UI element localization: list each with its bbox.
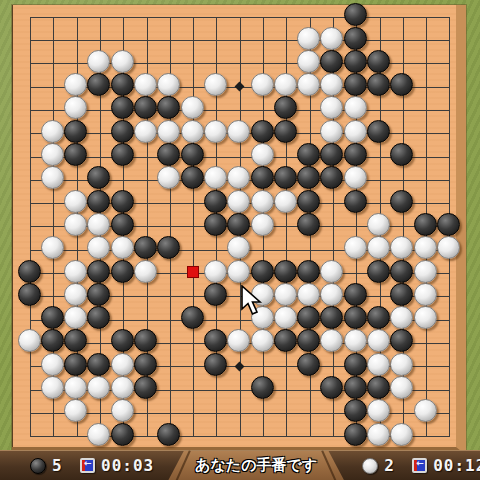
black-stone — [344, 423, 367, 446]
turn-message-panel: あなたの手番です — [168, 451, 344, 480]
black-stone-icon — [30, 458, 46, 474]
white-stone — [87, 213, 110, 236]
white-stone — [320, 73, 343, 96]
black-stone — [251, 120, 274, 143]
white-stone — [414, 306, 437, 329]
black-stone — [111, 73, 134, 96]
black-clock-icon — [80, 458, 95, 473]
go-game-window: 5 00:03 あなたの手番です 2 00:12 — [0, 0, 480, 480]
black-stone — [64, 120, 87, 143]
black-stone — [111, 143, 134, 166]
black-stone — [181, 166, 204, 189]
black-stone — [87, 260, 110, 283]
black-stone — [344, 27, 367, 50]
go-board[interactable] — [12, 5, 466, 455]
black-stone — [64, 329, 87, 352]
white-stone — [414, 283, 437, 306]
white-stone — [344, 96, 367, 119]
white-stone — [227, 120, 250, 143]
black-stone — [157, 96, 180, 119]
black-stone — [111, 329, 134, 352]
black-capture-count: 5 — [52, 456, 66, 475]
black-stone — [297, 306, 320, 329]
panel-seam — [321, 450, 337, 480]
star-point — [235, 82, 245, 92]
white-stone — [414, 399, 437, 422]
black-stone — [64, 353, 87, 376]
red-square-marker — [187, 266, 199, 278]
black-stone — [344, 399, 367, 422]
black-time: 00:03 — [101, 456, 154, 475]
white-stone — [181, 120, 204, 143]
black-stone — [157, 143, 180, 166]
black-stone — [390, 190, 413, 213]
black-stone — [87, 306, 110, 329]
white-stone — [251, 213, 274, 236]
white-stone — [87, 236, 110, 259]
black-stone — [41, 329, 64, 352]
black-stone — [134, 376, 157, 399]
black-stone — [87, 73, 110, 96]
white-stone — [297, 50, 320, 73]
white-stone — [344, 329, 367, 352]
white-stone — [274, 73, 297, 96]
white-stone — [367, 353, 390, 376]
black-stone — [87, 166, 110, 189]
white-stone — [320, 96, 343, 119]
black-stone — [41, 306, 64, 329]
black-stone — [111, 213, 134, 236]
white-stone — [111, 376, 134, 399]
white-stone — [227, 260, 250, 283]
white-stone — [274, 283, 297, 306]
white-stone — [41, 120, 64, 143]
black-stone — [297, 213, 320, 236]
white-stone — [41, 143, 64, 166]
white-stone — [320, 329, 343, 352]
white-stone — [64, 213, 87, 236]
white-stone — [64, 96, 87, 119]
black-stone — [227, 213, 250, 236]
white-stone — [320, 120, 343, 143]
white-stone — [320, 27, 343, 50]
black-stone — [157, 423, 180, 446]
black-stone — [414, 213, 437, 236]
white-stone — [64, 73, 87, 96]
white-stone — [41, 353, 64, 376]
black-stone — [367, 73, 390, 96]
black-stone — [111, 190, 134, 213]
white-stone — [367, 329, 390, 352]
white-capture-count: 2 — [384, 456, 398, 475]
white-stone — [367, 423, 390, 446]
white-stone — [204, 166, 227, 189]
white-stone — [251, 329, 274, 352]
black-stone — [204, 283, 227, 306]
white-stone-icon — [362, 458, 378, 474]
black-stone — [134, 353, 157, 376]
black-stone — [367, 376, 390, 399]
white-stone — [111, 50, 134, 73]
black-stone — [344, 283, 367, 306]
white-player-group: 2 00:12 — [362, 456, 480, 475]
white-stone — [320, 260, 343, 283]
white-stone — [64, 306, 87, 329]
black-stone — [251, 166, 274, 189]
white-stone — [41, 376, 64, 399]
black-stone — [367, 50, 390, 73]
black-stone — [274, 329, 297, 352]
black-stone — [344, 306, 367, 329]
white-stone — [227, 236, 250, 259]
black-stone — [274, 120, 297, 143]
white-stone — [111, 236, 134, 259]
white-stone — [367, 213, 390, 236]
white-stone — [367, 399, 390, 422]
white-stone — [134, 73, 157, 96]
white-time: 00:12 — [433, 456, 480, 475]
black-stone — [204, 329, 227, 352]
white-stone — [87, 50, 110, 73]
black-stone — [320, 50, 343, 73]
black-stone — [367, 306, 390, 329]
white-stone — [367, 236, 390, 259]
white-stone — [134, 260, 157, 283]
white-stone — [181, 96, 204, 119]
white-stone — [390, 423, 413, 446]
black-stone — [134, 329, 157, 352]
black-stone — [87, 283, 110, 306]
black-stone — [111, 120, 134, 143]
black-stone — [344, 143, 367, 166]
white-stone — [437, 236, 460, 259]
white-stone — [64, 399, 87, 422]
white-stone — [41, 236, 64, 259]
white-stone — [134, 120, 157, 143]
white-stone — [64, 190, 87, 213]
black-stone — [18, 283, 41, 306]
black-stone — [251, 376, 274, 399]
white-stone — [111, 353, 134, 376]
black-stone — [111, 96, 134, 119]
black-stone — [181, 143, 204, 166]
black-stone — [134, 236, 157, 259]
white-clock-icon — [412, 458, 427, 473]
turn-message: あなたの手番です — [195, 456, 317, 475]
black-stone — [297, 329, 320, 352]
black-stone — [297, 143, 320, 166]
black-stone — [437, 213, 460, 236]
black-stone — [367, 260, 390, 283]
white-stone — [390, 306, 413, 329]
black-stone — [274, 96, 297, 119]
white-stone — [251, 190, 274, 213]
white-stone — [111, 399, 134, 422]
white-stone — [414, 260, 437, 283]
white-stone — [251, 73, 274, 96]
white-stone — [297, 73, 320, 96]
white-stone — [87, 423, 110, 446]
black-stone — [297, 260, 320, 283]
black-stone — [320, 166, 343, 189]
black-stone — [111, 260, 134, 283]
white-stone — [227, 166, 250, 189]
black-stone — [251, 260, 274, 283]
black-stone — [157, 236, 180, 259]
black-stone — [344, 190, 367, 213]
black-stone — [320, 306, 343, 329]
white-stone — [297, 283, 320, 306]
white-stone — [157, 120, 180, 143]
black-stone — [390, 329, 413, 352]
white-stone — [204, 120, 227, 143]
black-stone — [390, 73, 413, 96]
black-stone — [18, 260, 41, 283]
white-stone — [41, 166, 64, 189]
black-stone — [181, 306, 204, 329]
black-stone — [274, 166, 297, 189]
black-stone — [344, 50, 367, 73]
black-stone — [297, 190, 320, 213]
black-stone — [297, 353, 320, 376]
star-point — [235, 361, 245, 371]
black-stone — [274, 260, 297, 283]
black-stone — [204, 353, 227, 376]
white-stone — [320, 283, 343, 306]
white-stone — [274, 306, 297, 329]
white-stone — [64, 376, 87, 399]
white-stone — [414, 236, 437, 259]
white-stone — [227, 190, 250, 213]
black-stone — [344, 3, 367, 26]
black-stone — [204, 213, 227, 236]
panel-seam — [175, 450, 191, 480]
black-stone — [297, 166, 320, 189]
black-player-group: 5 00:03 — [30, 456, 154, 475]
black-stone — [111, 423, 134, 446]
white-stone — [204, 260, 227, 283]
black-stone — [390, 283, 413, 306]
black-stone — [134, 96, 157, 119]
status-bar: 5 00:03 あなたの手番です 2 00:12 — [0, 450, 480, 480]
white-stone — [87, 376, 110, 399]
white-stone — [390, 236, 413, 259]
black-stone — [87, 353, 110, 376]
white-stone — [18, 329, 41, 352]
black-stone — [204, 190, 227, 213]
black-stone — [367, 120, 390, 143]
black-stone — [64, 143, 87, 166]
mouse-cursor-icon — [239, 285, 265, 319]
white-stone — [251, 143, 274, 166]
white-stone — [390, 376, 413, 399]
black-stone — [344, 73, 367, 96]
white-stone — [297, 27, 320, 50]
black-stone — [87, 190, 110, 213]
black-stone — [390, 260, 413, 283]
white-stone — [204, 73, 227, 96]
white-stone — [344, 120, 367, 143]
white-stone — [157, 166, 180, 189]
black-stone — [320, 143, 343, 166]
black-stone — [320, 376, 343, 399]
black-stone — [344, 353, 367, 376]
white-stone — [64, 283, 87, 306]
white-stone — [64, 260, 87, 283]
white-stone — [274, 190, 297, 213]
white-stone — [227, 329, 250, 352]
white-stone — [390, 353, 413, 376]
black-stone — [390, 143, 413, 166]
white-stone — [344, 166, 367, 189]
white-stone — [157, 73, 180, 96]
black-stone — [344, 376, 367, 399]
white-stone — [344, 236, 367, 259]
